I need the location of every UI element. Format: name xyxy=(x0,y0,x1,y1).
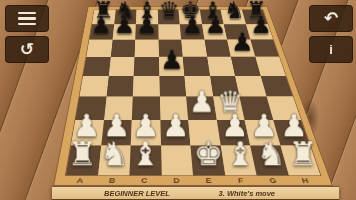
move-status-label: 3. White's move xyxy=(219,189,275,198)
square-b5[interactable] xyxy=(108,57,134,76)
chess-board[interactable]: ♜♞♝♛♚♝♞♜♟♟♟♟♟♟♟♟♟♛♟♟♟♟♟♟♟♜♞♝♚♝♞♜ ABCDEFG… xyxy=(53,7,333,186)
square-d8[interactable]: ♛ xyxy=(158,10,180,24)
piece-black-pawn[interactable]: ♟ xyxy=(90,13,111,37)
piece-white-pawn[interactable]: ♟ xyxy=(161,110,189,141)
info-button[interactable]: i xyxy=(309,36,353,63)
square-g6[interactable]: ♟ xyxy=(227,40,255,57)
file-label-d: D xyxy=(160,176,193,184)
square-e5[interactable] xyxy=(183,57,210,76)
file-label-g: G xyxy=(256,176,290,184)
square-b4[interactable] xyxy=(106,76,134,97)
piece-white-bishop[interactable]: ♝ xyxy=(225,137,255,170)
square-c6[interactable] xyxy=(135,40,159,57)
piece-white-king[interactable]: ♚ xyxy=(194,137,224,170)
square-a6[interactable] xyxy=(86,40,112,57)
piece-black-knight[interactable]: ♞ xyxy=(224,0,244,22)
piece-black-pawn[interactable]: ♟ xyxy=(182,13,203,37)
info-icon: i xyxy=(329,43,333,56)
square-g1[interactable]: ♞ xyxy=(250,146,288,175)
piece-black-pawn[interactable]: ♟ xyxy=(113,13,134,37)
piece-black-pawn[interactable]: ♟ xyxy=(136,13,157,37)
square-b6[interactable] xyxy=(110,40,135,57)
piece-black-pawn[interactable]: ♟ xyxy=(231,29,253,54)
square-d4[interactable] xyxy=(159,76,186,97)
file-label-f: F xyxy=(224,176,258,184)
square-h6[interactable] xyxy=(250,40,279,57)
hamburger-icon xyxy=(18,12,36,26)
undo-button[interactable]: ↶ xyxy=(309,5,353,32)
square-a5[interactable] xyxy=(83,57,110,76)
file-label-e: E xyxy=(192,176,225,184)
square-a4[interactable] xyxy=(79,76,108,97)
square-h5[interactable] xyxy=(255,57,286,76)
piece-white-knight[interactable]: ♞ xyxy=(256,137,286,170)
chess-board-grid: ♜♞♝♛♚♝♞♜♟♟♟♟♟♟♟♟♟♛♟♟♟♟♟♟♟♜♞♝♚♝♞♜ xyxy=(65,9,322,176)
square-c1[interactable]: ♝ xyxy=(129,146,161,175)
piece-black-pawn[interactable]: ♟ xyxy=(160,46,184,72)
square-e1[interactable]: ♚ xyxy=(190,146,224,175)
square-d5[interactable]: ♟ xyxy=(159,57,185,76)
piece-black-pawn[interactable]: ♟ xyxy=(204,13,225,37)
rotate-icon: ↺ xyxy=(20,41,34,58)
undo-icon: ↶ xyxy=(324,10,338,27)
square-a1[interactable]: ♜ xyxy=(66,146,101,175)
app-screen: ♜♞♝♛♚♝♞♜♟♟♟♟♟♟♟♟♟♛♟♟♟♟♟♟♟♜♞♝♚♝♞♜ ABCDEFG… xyxy=(0,0,356,200)
piece-white-rook[interactable]: ♜ xyxy=(288,137,318,170)
square-h4[interactable] xyxy=(260,76,293,97)
rotate-board-button[interactable]: ↺ xyxy=(5,36,49,63)
square-f1[interactable]: ♝ xyxy=(220,146,256,175)
square-d7[interactable] xyxy=(158,24,181,40)
square-d2[interactable]: ♟ xyxy=(160,120,190,146)
file-labels: ABCDEFGH xyxy=(63,175,323,185)
level-label: BEGINNER LEVEL xyxy=(104,189,170,198)
file-label-h: H xyxy=(288,176,323,184)
square-d1[interactable] xyxy=(161,146,193,175)
square-c7[interactable]: ♟ xyxy=(135,24,158,40)
menu-button[interactable] xyxy=(5,5,49,32)
square-e7[interactable]: ♟ xyxy=(180,24,204,40)
piece-white-pawn[interactable]: ♟ xyxy=(189,86,215,115)
piece-white-knight[interactable]: ♞ xyxy=(99,137,129,170)
file-label-a: A xyxy=(63,176,96,184)
piece-black-queen[interactable]: ♛ xyxy=(158,0,178,22)
square-e3[interactable]: ♟ xyxy=(186,97,216,120)
square-a7[interactable]: ♟ xyxy=(89,24,114,40)
status-bar: BEGINNER LEVEL 3. White's move xyxy=(52,186,339,200)
square-c4[interactable] xyxy=(133,76,160,97)
square-f7[interactable]: ♟ xyxy=(202,24,227,40)
square-c5[interactable] xyxy=(134,57,159,76)
file-label-c: C xyxy=(128,176,160,184)
board-scene: ♜♞♝♛♚♝♞♜♟♟♟♟♟♟♟♟♟♛♟♟♟♟♟♟♟♜♞♝♚♝♞♜ ABCDEFG… xyxy=(53,0,331,200)
square-b1[interactable]: ♞ xyxy=(98,146,131,175)
square-e6[interactable] xyxy=(181,40,207,57)
piece-white-rook[interactable]: ♜ xyxy=(68,137,98,170)
square-b7[interactable]: ♟ xyxy=(112,24,136,40)
file-label-b: B xyxy=(96,176,129,184)
piece-white-bishop[interactable]: ♝ xyxy=(131,137,161,170)
